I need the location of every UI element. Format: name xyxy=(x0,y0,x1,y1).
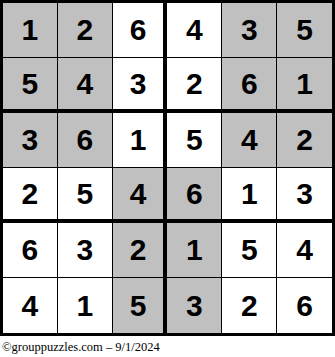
cell-r5c3[interactable]: 2 xyxy=(113,223,168,278)
cell-r2c3[interactable]: 3 xyxy=(113,58,168,113)
cell-r2c6[interactable]: 1 xyxy=(277,58,332,113)
cell-r1c3[interactable]: 6 xyxy=(113,3,168,58)
cell-r5c5[interactable]: 5 xyxy=(222,223,277,278)
cell-r5c4[interactable]: 1 xyxy=(167,223,222,278)
cell-r2c5[interactable]: 6 xyxy=(222,58,277,113)
cell-r2c2[interactable]: 4 xyxy=(58,58,113,113)
cell-r3c2[interactable]: 6 xyxy=(58,113,113,168)
cell-r4c2[interactable]: 5 xyxy=(58,168,113,223)
cell-r6c2[interactable]: 1 xyxy=(58,278,113,333)
copyright-footer: ©grouppuzzles.com – 9/1/2024 xyxy=(2,340,160,355)
cell-r2c4[interactable]: 2 xyxy=(167,58,222,113)
cell-r4c3[interactable]: 4 xyxy=(113,168,168,223)
cell-r5c6[interactable]: 4 xyxy=(277,223,332,278)
cell-r4c5[interactable]: 1 xyxy=(222,168,277,223)
cell-r6c3[interactable]: 5 xyxy=(113,278,168,333)
cell-r6c1[interactable]: 4 xyxy=(3,278,58,333)
cell-r2c1[interactable]: 5 xyxy=(3,58,58,113)
cell-r5c1[interactable]: 6 xyxy=(3,223,58,278)
cell-r3c6[interactable]: 2 xyxy=(277,113,332,168)
cell-r4c1[interactable]: 2 xyxy=(3,168,58,223)
cell-r6c5[interactable]: 2 xyxy=(222,278,277,333)
cell-r3c1[interactable]: 3 xyxy=(3,113,58,168)
cell-r4c4[interactable]: 6 xyxy=(167,168,222,223)
cell-r1c4[interactable]: 4 xyxy=(167,3,222,58)
cell-r1c1[interactable]: 1 xyxy=(3,3,58,58)
cell-r3c4[interactable]: 5 xyxy=(167,113,222,168)
sudoku-page: 126435543261361542254613632154415326 ©gr… xyxy=(0,0,335,357)
cell-r6c4[interactable]: 3 xyxy=(167,278,222,333)
cell-r5c2[interactable]: 3 xyxy=(58,223,113,278)
cell-r3c5[interactable]: 4 xyxy=(222,113,277,168)
cell-r1c5[interactable]: 3 xyxy=(222,3,277,58)
sudoku-grid: 126435543261361542254613632154415326 xyxy=(0,0,335,336)
cell-r3c3[interactable]: 1 xyxy=(113,113,168,168)
cell-r1c2[interactable]: 2 xyxy=(58,3,113,58)
cell-r1c6[interactable]: 5 xyxy=(277,3,332,58)
cell-r6c6[interactable]: 6 xyxy=(277,278,332,333)
cell-r4c6[interactable]: 3 xyxy=(277,168,332,223)
